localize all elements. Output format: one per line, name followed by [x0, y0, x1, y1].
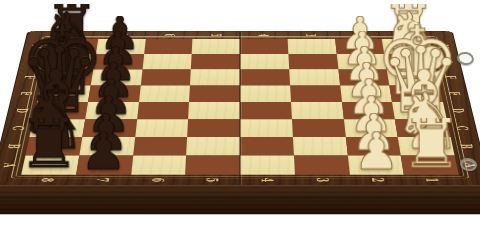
square-e3[interactable]	[290, 85, 342, 102]
square-c4[interactable]	[240, 119, 293, 137]
square-g5[interactable]	[191, 54, 240, 69]
square-d3[interactable]	[291, 102, 344, 119]
square-e5[interactable]	[189, 85, 240, 102]
box-front-side	[0, 185, 480, 214]
square-a1[interactable]: ♜	[401, 156, 459, 175]
piece-white-rook[interactable]: ♜	[400, 118, 462, 172]
square-c6[interactable]	[135, 119, 189, 137]
square-e4[interactable]	[240, 85, 291, 102]
square-f3[interactable]	[289, 69, 340, 85]
square-d5[interactable]	[188, 102, 240, 119]
piece-black-rook[interactable]: ♜	[18, 118, 80, 172]
square-a5[interactable]	[185, 156, 240, 175]
square-a3[interactable]	[294, 156, 350, 175]
piece-white-pawn[interactable]: ♟	[353, 131, 399, 171]
square-h3[interactable]	[287, 39, 336, 54]
square-h6[interactable]	[144, 39, 193, 54]
square-a2[interactable]: ♟	[347, 156, 404, 175]
chess-board: 87654321 87654321 HGFEDCBA HGFEDCBA ♜♟♟♜…	[0, 31, 480, 185]
piece-black-pawn[interactable]: ♟	[81, 131, 127, 171]
square-g6[interactable]	[142, 54, 192, 69]
square-a8[interactable]: ♜	[21, 156, 79, 175]
square-b3[interactable]	[293, 137, 348, 156]
square-b4[interactable]	[240, 137, 294, 156]
square-c3[interactable]	[292, 119, 346, 137]
square-f6[interactable]	[140, 69, 191, 85]
square-a6[interactable]	[131, 156, 187, 175]
square-b6[interactable]	[133, 137, 188, 156]
square-a4[interactable]	[240, 156, 295, 175]
square-f5[interactable]	[190, 69, 240, 85]
square-g4[interactable]	[240, 54, 289, 69]
square-d4[interactable]	[240, 102, 292, 119]
chess-set-photo: 87654321 87654321 HGFEDCBA HGFEDCBA ♜♟♟♜…	[0, 0, 480, 227]
square-a7[interactable]: ♟	[76, 156, 133, 175]
square-e6[interactable]	[139, 85, 191, 102]
square-f4[interactable]	[240, 69, 290, 85]
square-c5[interactable]	[187, 119, 240, 137]
square-h4[interactable]	[240, 39, 288, 54]
square-h5[interactable]	[192, 39, 240, 54]
square-d6[interactable]	[137, 102, 190, 119]
square-g3[interactable]	[288, 54, 338, 69]
square-b5[interactable]	[186, 137, 240, 156]
